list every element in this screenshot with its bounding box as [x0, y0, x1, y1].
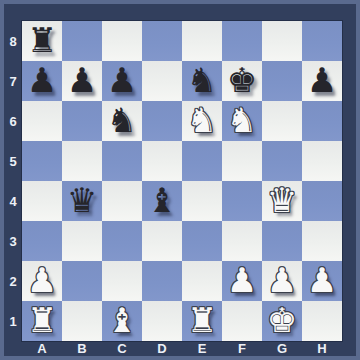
square-g5[interactable]	[262, 141, 302, 181]
square-h2[interactable]: ♟	[302, 261, 342, 301]
square-b2[interactable]	[62, 261, 102, 301]
square-f5[interactable]	[222, 141, 262, 181]
black-queen: ♛	[67, 183, 97, 217]
white-bishop: ♝	[107, 303, 137, 337]
white-pawn: ♟	[267, 263, 297, 297]
square-e6[interactable]: ♞	[182, 101, 222, 141]
rank-label-3: 3	[4, 221, 22, 261]
square-e2[interactable]	[182, 261, 222, 301]
square-h1[interactable]	[302, 301, 342, 341]
square-d4[interactable]: ♝	[142, 181, 182, 221]
chess-diagram: 87654321 ♜♟♟♟♞♚♟♞♞♞♛♝♛♟♟♟♟♜♝♜♚ ABCDEFGH	[0, 0, 360, 360]
black-pawn: ♟	[27, 63, 57, 97]
black-pawn: ♟	[67, 63, 97, 97]
square-e4[interactable]	[182, 181, 222, 221]
file-label-g: G	[262, 341, 302, 356]
black-pawn: ♟	[307, 63, 337, 97]
square-a1[interactable]: ♜	[22, 301, 62, 341]
white-rook: ♜	[187, 303, 217, 337]
square-c4[interactable]	[102, 181, 142, 221]
square-g7[interactable]	[262, 61, 302, 101]
square-d3[interactable]	[142, 221, 182, 261]
white-king: ♚	[267, 303, 297, 337]
square-c7[interactable]: ♟	[102, 61, 142, 101]
square-a4[interactable]	[22, 181, 62, 221]
square-d5[interactable]	[142, 141, 182, 181]
file-label-c: C	[102, 341, 142, 356]
square-a3[interactable]	[22, 221, 62, 261]
rank-label-2: 2	[4, 261, 22, 301]
square-d2[interactable]	[142, 261, 182, 301]
square-g6[interactable]	[262, 101, 302, 141]
square-e3[interactable]	[182, 221, 222, 261]
file-label-b: B	[62, 341, 102, 356]
square-d7[interactable]	[142, 61, 182, 101]
rank-label-8: 8	[4, 21, 22, 61]
black-knight: ♞	[187, 63, 217, 97]
white-pawn: ♟	[227, 263, 257, 297]
square-b3[interactable]	[62, 221, 102, 261]
square-e8[interactable]	[182, 21, 222, 61]
rank-label-7: 7	[4, 61, 22, 101]
file-label-h: H	[302, 341, 342, 356]
square-h7[interactable]: ♟	[302, 61, 342, 101]
square-a5[interactable]	[22, 141, 62, 181]
square-d6[interactable]	[142, 101, 182, 141]
square-g1[interactable]: ♚	[262, 301, 302, 341]
black-rook: ♜	[27, 23, 57, 57]
white-knight: ♞	[187, 103, 217, 137]
square-b8[interactable]	[62, 21, 102, 61]
square-b5[interactable]	[62, 141, 102, 181]
black-bishop: ♝	[147, 183, 177, 217]
square-g2[interactable]: ♟	[262, 261, 302, 301]
rank-labels: 87654321	[4, 21, 22, 341]
rank-label-1: 1	[4, 301, 22, 341]
black-king: ♚	[227, 63, 257, 97]
square-f1[interactable]	[222, 301, 262, 341]
square-a2[interactable]: ♟	[22, 261, 62, 301]
square-b7[interactable]: ♟	[62, 61, 102, 101]
file-labels: ABCDEFGH	[22, 341, 342, 356]
square-c5[interactable]	[102, 141, 142, 181]
black-knight: ♞	[107, 103, 137, 137]
square-a6[interactable]	[22, 101, 62, 141]
square-h8[interactable]	[302, 21, 342, 61]
white-knight: ♞	[227, 103, 257, 137]
square-a7[interactable]: ♟	[22, 61, 62, 101]
square-b1[interactable]	[62, 301, 102, 341]
file-label-f: F	[222, 341, 262, 356]
square-g3[interactable]	[262, 221, 302, 261]
square-f2[interactable]: ♟	[222, 261, 262, 301]
square-d8[interactable]	[142, 21, 182, 61]
white-pawn: ♟	[307, 263, 337, 297]
square-g4[interactable]: ♛	[262, 181, 302, 221]
square-b4[interactable]: ♛	[62, 181, 102, 221]
file-label-a: A	[22, 341, 62, 356]
square-f4[interactable]	[222, 181, 262, 221]
square-a8[interactable]: ♜	[22, 21, 62, 61]
white-pawn: ♟	[27, 263, 57, 297]
square-f8[interactable]	[222, 21, 262, 61]
square-c2[interactable]	[102, 261, 142, 301]
square-f3[interactable]	[222, 221, 262, 261]
square-h3[interactable]	[302, 221, 342, 261]
rank-label-4: 4	[4, 181, 22, 221]
chess-board: ♜♟♟♟♞♚♟♞♞♞♛♝♛♟♟♟♟♜♝♜♚	[22, 21, 342, 341]
square-c1[interactable]: ♝	[102, 301, 142, 341]
file-label-d: D	[142, 341, 182, 356]
square-e7[interactable]: ♞	[182, 61, 222, 101]
square-f7[interactable]: ♚	[222, 61, 262, 101]
rank-label-5: 5	[4, 141, 22, 181]
square-b6[interactable]	[62, 101, 102, 141]
rank-label-6: 6	[4, 101, 22, 141]
square-e1[interactable]: ♜	[182, 301, 222, 341]
square-h5[interactable]	[302, 141, 342, 181]
square-h4[interactable]	[302, 181, 342, 221]
square-c6[interactable]: ♞	[102, 101, 142, 141]
white-queen: ♛	[267, 183, 297, 217]
white-rook: ♜	[27, 303, 57, 337]
square-c3[interactable]	[102, 221, 142, 261]
square-g8[interactable]	[262, 21, 302, 61]
square-h6[interactable]	[302, 101, 342, 141]
square-e5[interactable]	[182, 141, 222, 181]
square-c8[interactable]	[102, 21, 142, 61]
black-pawn: ♟	[107, 63, 137, 97]
file-label-e: E	[182, 341, 222, 356]
square-f6[interactable]: ♞	[222, 101, 262, 141]
square-d1[interactable]	[142, 301, 182, 341]
